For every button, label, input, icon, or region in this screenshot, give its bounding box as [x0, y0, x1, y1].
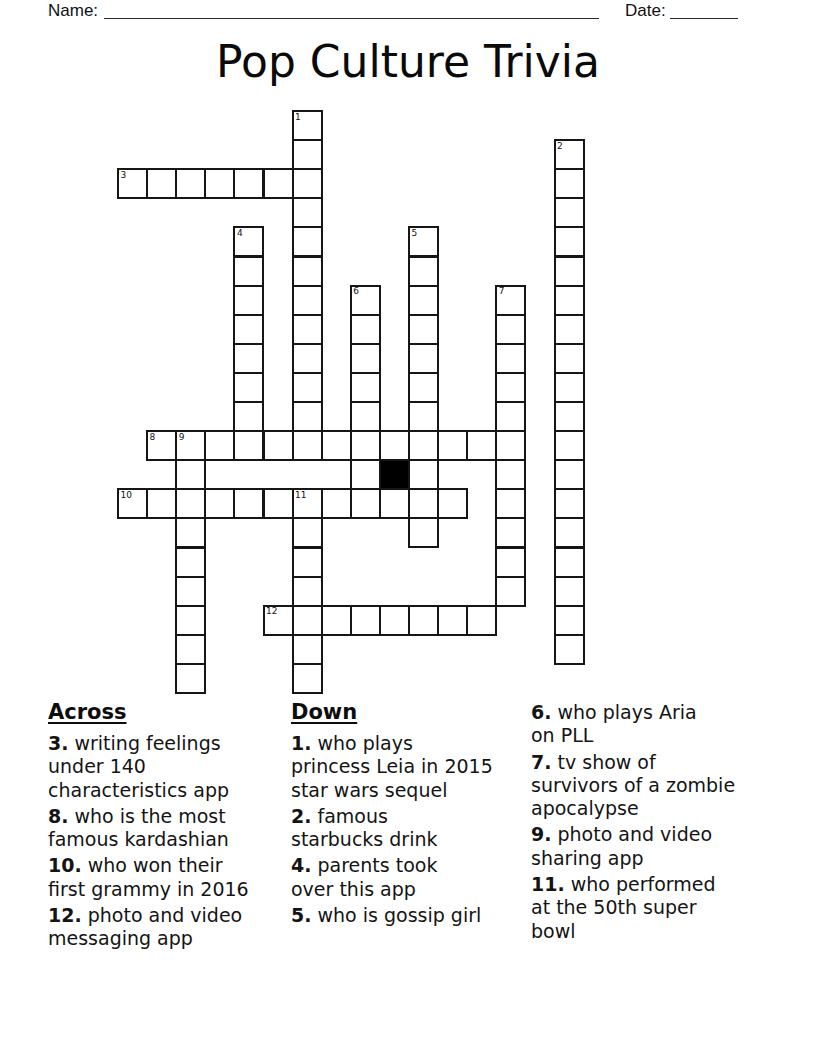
clue-down-5: 5. who is gossip girl [291, 904, 529, 927]
grid-cell[interactable] [204, 430, 235, 461]
clue-down-1: 1. who plays princess Leia in 2015 star … [291, 732, 529, 802]
grid-cell[interactable] [263, 488, 294, 519]
grid-cell[interactable] [350, 430, 381, 461]
grid-cell[interactable] [292, 430, 323, 461]
grid-cell[interactable] [408, 430, 439, 461]
grid-cell[interactable] [233, 226, 264, 257]
name-blank-line[interactable] [104, 0, 599, 19]
date-blank-line[interactable] [670, 0, 738, 19]
grid-cell[interactable] [554, 576, 585, 607]
grid-cell[interactable] [233, 314, 264, 345]
across-clues-column: Across 3. writing feelings under 140 cha… [48, 701, 288, 954]
grid-cell[interactable] [466, 605, 497, 636]
grid-cell[interactable] [466, 430, 497, 461]
clue-text: tv show of survivors of a zombie apocaly… [531, 751, 735, 820]
grid-cell[interactable] [554, 430, 585, 461]
grid-cell[interactable] [554, 372, 585, 403]
grid-cell[interactable] [554, 517, 585, 548]
clue-number-label: 7. [531, 751, 551, 773]
grid-cell[interactable] [292, 401, 323, 432]
clue-number-label: 8. [48, 805, 68, 827]
clue-text: writing feelings under 140 characteristi… [48, 732, 229, 801]
grid-cell[interactable] [263, 168, 294, 199]
clue-down-11: 11. who performed at the 50th super bowl [531, 873, 777, 943]
grid-cell[interactable] [437, 430, 468, 461]
clue-text: who is gossip girl [311, 904, 481, 926]
clue-number-label: 4. [291, 854, 311, 876]
grid-cell[interactable] [292, 285, 323, 316]
clue-across-8: 8. who is the most famous kardashian [48, 805, 288, 852]
grid-cell[interactable] [175, 517, 206, 548]
clue-number-label: 10. [48, 854, 82, 876]
grid-cell[interactable] [554, 401, 585, 432]
across-header: Across [48, 701, 288, 724]
grid-cell[interactable] [292, 110, 323, 141]
grid-cell[interactable] [554, 256, 585, 287]
grid-cell[interactable] [350, 401, 381, 432]
grid-cell[interactable] [292, 663, 323, 694]
grid-cell[interactable] [292, 547, 323, 578]
grid-cell[interactable] [146, 430, 177, 461]
grid-cell[interactable] [554, 197, 585, 228]
grid-cell[interactable] [408, 343, 439, 374]
grid-cell[interactable] [437, 488, 468, 519]
clue-number-label: 9. [531, 823, 551, 845]
grid-cell[interactable] [175, 430, 206, 461]
grid-cell[interactable] [554, 459, 585, 490]
grid-cell[interactable] [175, 634, 206, 665]
grid-cell[interactable] [292, 226, 323, 257]
grid-cell[interactable] [204, 168, 235, 199]
grid-cell[interactable] [321, 488, 352, 519]
clue-number-label: 1. [291, 732, 311, 754]
grid-cell[interactable] [350, 459, 381, 490]
grid-cell[interactable] [175, 459, 206, 490]
grid-cell[interactable] [175, 488, 206, 519]
grid-cell[interactable] [175, 168, 206, 199]
grid-cell[interactable] [408, 488, 439, 519]
grid-cell[interactable] [554, 605, 585, 636]
black-cell [379, 459, 410, 490]
grid-cell[interactable] [321, 605, 352, 636]
grid-cell[interactable] [175, 663, 206, 694]
clue-number-label: 2. [291, 805, 311, 827]
name-label: Name: [48, 1, 98, 21]
grid-cell[interactable] [408, 372, 439, 403]
grid-cell[interactable] [292, 314, 323, 345]
down-clues-column-2: 6. who plays Aria on PLL 7. tv show of s… [531, 701, 777, 946]
date-label: Date: [625, 1, 666, 21]
crossword-grid: 123456789101112 [117, 110, 585, 695]
grid-cell[interactable] [495, 285, 526, 316]
grid-cell[interactable] [233, 430, 264, 461]
grid-cell[interactable] [408, 517, 439, 548]
grid-cell[interactable] [350, 285, 381, 316]
clue-across-3: 3. writing feelings under 140 characteri… [48, 732, 288, 802]
grid-cell[interactable] [379, 488, 410, 519]
grid-cell[interactable] [495, 488, 526, 519]
clue-across-12: 12. photo and video messaging app [48, 904, 288, 951]
grid-cell[interactable] [233, 401, 264, 432]
grid-cell[interactable] [233, 168, 264, 199]
grid-cell[interactable] [495, 459, 526, 490]
grid-cell[interactable] [233, 488, 264, 519]
grid-cell[interactable] [408, 314, 439, 345]
grid-cell[interactable] [350, 488, 381, 519]
grid-cell[interactable] [146, 168, 177, 199]
grid-cell[interactable] [117, 168, 148, 199]
grid-cell[interactable] [554, 488, 585, 519]
grid-cell[interactable] [437, 605, 468, 636]
page-title: Pop Culture Trivia [0, 36, 816, 87]
clue-down-6: 6. who plays Aria on PLL [531, 701, 777, 748]
grid-cell[interactable] [233, 285, 264, 316]
down-header: Down [291, 701, 529, 724]
grid-cell[interactable] [292, 488, 323, 519]
clue-down-7: 7. tv show of survivors of a zombie apoc… [531, 751, 777, 821]
grid-cell[interactable] [233, 372, 264, 403]
clue-down-4: 4. parents took over this app [291, 854, 529, 901]
grid-cell[interactable] [146, 488, 177, 519]
grid-cell[interactable] [554, 634, 585, 665]
grid-cell[interactable] [350, 314, 381, 345]
grid-cell[interactable] [292, 634, 323, 665]
grid-cell[interactable] [350, 372, 381, 403]
grid-cell[interactable] [292, 605, 323, 636]
grid-cell[interactable] [379, 605, 410, 636]
grid-cell[interactable] [175, 576, 206, 607]
clue-number-label: 12. [48, 904, 82, 926]
grid-cell[interactable] [379, 430, 410, 461]
grid-cell[interactable] [263, 430, 294, 461]
grid-cell[interactable] [175, 547, 206, 578]
grid-cell[interactable] [292, 517, 323, 548]
grid-cell[interactable] [408, 256, 439, 287]
grid-cell[interactable] [554, 314, 585, 345]
clue-number-label: 6. [531, 701, 551, 723]
clue-down-2: 2. famous starbucks drink [291, 805, 529, 852]
grid-cell[interactable] [495, 576, 526, 607]
down-clues-column: Down 1. who plays princess Leia in 2015 … [291, 701, 529, 930]
clue-across-10: 10. who won their first grammy in 2016 [48, 854, 288, 901]
grid-cell[interactable] [233, 256, 264, 287]
grid-cell[interactable] [495, 430, 526, 461]
grid-cell[interactable] [292, 372, 323, 403]
grid-cell[interactable] [350, 343, 381, 374]
crossword-worksheet: { "header": { "name_label": "Name:", "da… [0, 0, 816, 1056]
clue-text: who plays princess Leia in 2015 star war… [291, 732, 493, 801]
grid-cell[interactable] [495, 343, 526, 374]
grid-cell[interactable] [554, 343, 585, 374]
grid-cell[interactable] [204, 488, 235, 519]
clue-text: famous starbucks drink [291, 805, 438, 850]
grid-cell[interactable] [321, 430, 352, 461]
grid-cell[interactable] [175, 605, 206, 636]
grid-cell[interactable] [495, 401, 526, 432]
grid-cell[interactable] [408, 605, 439, 636]
grid-cell[interactable] [292, 168, 323, 199]
grid-cell[interactable] [408, 226, 439, 257]
grid-cell[interactable] [495, 372, 526, 403]
clue-text: who plays Aria on PLL [531, 701, 697, 746]
clue-number-label: 11. [531, 873, 565, 895]
grid-cell[interactable] [350, 605, 381, 636]
clue-down-9: 9. photo and video sharing app [531, 823, 777, 870]
grid-cell[interactable] [292, 139, 323, 170]
grid-cell[interactable] [554, 547, 585, 578]
grid-cell[interactable] [263, 605, 294, 636]
grid-cell[interactable] [292, 256, 323, 287]
grid-cell[interactable] [408, 401, 439, 432]
grid-cell[interactable] [554, 226, 585, 257]
grid-cell[interactable] [292, 343, 323, 374]
grid-cell[interactable] [233, 343, 264, 374]
grid-cell[interactable] [554, 285, 585, 316]
grid-cell[interactable] [554, 139, 585, 170]
clue-number-label: 3. [48, 732, 68, 754]
grid-cell[interactable] [495, 314, 526, 345]
grid-cell[interactable] [554, 168, 585, 199]
grid-cell[interactable] [408, 459, 439, 490]
clue-text: who is the most famous kardashian [48, 805, 229, 850]
clue-number-label: 5. [291, 904, 311, 926]
grid-cell[interactable] [117, 488, 148, 519]
grid-cell[interactable] [495, 517, 526, 548]
grid-cell[interactable] [408, 285, 439, 316]
grid-cell[interactable] [292, 197, 323, 228]
clue-text: photo and video sharing app [531, 823, 712, 868]
grid-cell[interactable] [495, 547, 526, 578]
clue-text: parents took over this app [291, 854, 437, 899]
grid-cell[interactable] [292, 576, 323, 607]
